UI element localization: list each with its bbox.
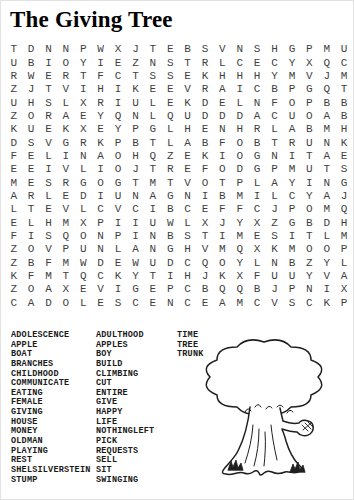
grid-cell: L bbox=[75, 163, 92, 176]
grid-cell: C bbox=[266, 56, 283, 69]
grid-cell: N bbox=[301, 283, 318, 296]
word-item: SWINGING bbox=[96, 476, 154, 486]
grid-cell: V bbox=[318, 270, 335, 283]
grid-cell: V bbox=[92, 283, 109, 296]
grid-cell: H bbox=[22, 96, 39, 109]
grid-cell: I bbox=[109, 283, 126, 296]
grid-cell: P bbox=[283, 203, 300, 216]
grid-cell: X bbox=[75, 216, 92, 229]
grid-cell: C bbox=[248, 203, 265, 216]
grid-cell: Z bbox=[266, 216, 283, 229]
grid-cell: K bbox=[318, 297, 335, 310]
grid-cell: D bbox=[318, 216, 335, 229]
grid-cell: K bbox=[109, 270, 126, 283]
grid-cell: P bbox=[335, 297, 352, 310]
grid-cell: L bbox=[162, 136, 179, 149]
grid-cell: V bbox=[266, 297, 283, 310]
grid-cell: Q bbox=[214, 283, 231, 296]
grid-cell: Q bbox=[57, 230, 74, 243]
grid-cell: I bbox=[318, 283, 335, 296]
grid-cell: S bbox=[196, 43, 213, 56]
grid-cell: U bbox=[144, 216, 161, 229]
grid-cell: V bbox=[57, 163, 74, 176]
grid-cell: L bbox=[318, 230, 335, 243]
grid-cell: X bbox=[248, 216, 265, 229]
grid-cell: Z bbox=[162, 150, 179, 163]
grid-cell: X bbox=[301, 56, 318, 69]
grid-cell: J bbox=[266, 203, 283, 216]
grid-cell: Q bbox=[318, 83, 335, 96]
grid-cell: E bbox=[144, 297, 161, 310]
grid-cell: L bbox=[75, 297, 92, 310]
grid-cell: N bbox=[318, 136, 335, 149]
grid-cell: B bbox=[248, 136, 265, 149]
grid-cell: B bbox=[318, 96, 335, 109]
grid-cell: Q bbox=[162, 110, 179, 123]
grid-cell: B bbox=[22, 56, 39, 69]
grid-cell: P bbox=[75, 43, 92, 56]
grid-cell: O bbox=[109, 150, 126, 163]
grid-cell: G bbox=[162, 243, 179, 256]
grid-cell: E bbox=[248, 56, 265, 69]
grid-cell: E bbox=[144, 83, 161, 96]
letter-grid: TDNNPWXJTEBSVNSHGPMUUBIOYIEZNSTRLCECYXQC… bbox=[5, 43, 353, 310]
grid-cell: M bbox=[5, 176, 22, 189]
grid-cell: E bbox=[162, 83, 179, 96]
grid-cell: B bbox=[22, 257, 39, 270]
grid-cell: O bbox=[214, 163, 231, 176]
grid-cell: C bbox=[179, 257, 196, 270]
grid-cell: M bbox=[57, 257, 74, 270]
grid-cell: M bbox=[283, 243, 300, 256]
grid-cell: H bbox=[92, 83, 109, 96]
grid-cell: M bbox=[40, 270, 57, 283]
grid-cell: H bbox=[231, 123, 248, 136]
grid-cell: G bbox=[144, 123, 161, 136]
grid-cell: V bbox=[196, 243, 213, 256]
grid-cell: I bbox=[109, 83, 126, 96]
grid-cell: E bbox=[40, 70, 57, 83]
grid-cell: S bbox=[266, 230, 283, 243]
grid-cell: T bbox=[301, 230, 318, 243]
grid-cell: Y bbox=[231, 216, 248, 229]
grid-cell: G bbox=[301, 83, 318, 96]
grid-cell: L bbox=[214, 56, 231, 69]
grid-cell: O bbox=[301, 203, 318, 216]
grid-cell: O bbox=[22, 283, 39, 296]
grid-cell: B bbox=[196, 283, 213, 296]
grid-cell: P bbox=[301, 43, 318, 56]
grid-cell: N bbox=[214, 123, 231, 136]
grid-cell: D bbox=[231, 110, 248, 123]
grid-cell: F bbox=[214, 136, 231, 149]
grid-cell: F bbox=[92, 70, 109, 83]
grid-cell: C bbox=[231, 56, 248, 69]
grid-cell: T bbox=[144, 270, 161, 283]
grid-cell: K bbox=[214, 270, 231, 283]
grid-cell: F bbox=[5, 230, 22, 243]
grid-cell: U bbox=[283, 110, 300, 123]
grid-cell: I bbox=[283, 150, 300, 163]
grid-cell: D bbox=[40, 297, 57, 310]
grid-cell: R bbox=[283, 136, 300, 149]
grid-cell: I bbox=[40, 56, 57, 69]
grid-cell: L bbox=[335, 257, 352, 270]
grid-cell: L bbox=[266, 190, 283, 203]
grid-cell: K bbox=[127, 83, 144, 96]
grid-cell: T bbox=[179, 56, 196, 69]
grid-cell: T bbox=[162, 176, 179, 189]
grid-cell: N bbox=[144, 56, 161, 69]
grid-cell: M bbox=[231, 230, 248, 243]
grid-cell: O bbox=[75, 230, 92, 243]
grid-cell: O bbox=[22, 110, 39, 123]
grid-cell: O bbox=[318, 243, 335, 256]
grid-cell: W bbox=[92, 43, 109, 56]
tree-canopy bbox=[206, 340, 321, 414]
grid-cell: I bbox=[109, 96, 126, 109]
grid-cell: I bbox=[301, 176, 318, 189]
grid-cell: U bbox=[283, 270, 300, 283]
grid-cell: E bbox=[57, 190, 74, 203]
grid-cell: G bbox=[162, 190, 179, 203]
grid-cell: C bbox=[92, 203, 109, 216]
grid-cell: J bbox=[127, 43, 144, 56]
grid-cell: K bbox=[5, 270, 22, 283]
grid-cell: T bbox=[318, 163, 335, 176]
grid-cell: C bbox=[248, 83, 265, 96]
grid-cell: P bbox=[109, 136, 126, 149]
grid-cell: I bbox=[22, 230, 39, 243]
grid-cell: O bbox=[301, 243, 318, 256]
grid-cell: A bbox=[248, 110, 265, 123]
grid-cell: P bbox=[335, 243, 352, 256]
grid-cell: A bbox=[266, 176, 283, 189]
grid-cell: C bbox=[179, 283, 196, 296]
grid-cell: T bbox=[144, 43, 161, 56]
grid-cell: W bbox=[162, 216, 179, 229]
grid-cell: L bbox=[22, 216, 39, 229]
grid-cell: I bbox=[214, 150, 231, 163]
grid-cell: Z bbox=[301, 257, 318, 270]
grid-cell: U bbox=[109, 190, 126, 203]
grid-cell: L bbox=[179, 216, 196, 229]
grid-cell: V bbox=[57, 83, 74, 96]
grid-cell: N bbox=[144, 230, 161, 243]
grid-cell: H bbox=[179, 243, 196, 256]
grid-cell: R bbox=[57, 176, 74, 189]
grid-cell: C bbox=[109, 70, 126, 83]
grid-cell: M bbox=[283, 70, 300, 83]
grid-cell: O bbox=[231, 150, 248, 163]
grid-cell: H bbox=[40, 216, 57, 229]
grid-cell: I bbox=[109, 216, 126, 229]
grid-cell: S bbox=[144, 70, 161, 83]
grid-cell: F bbox=[22, 270, 39, 283]
word-list-column-2: ADULTHOODAPPLESBOYBUILDCLIMBINGCUTENTIRE… bbox=[96, 331, 154, 485]
grid-cell: U bbox=[335, 43, 352, 56]
grid-cell: O bbox=[57, 56, 74, 69]
grid-cell: W bbox=[75, 257, 92, 270]
grid-cell: V bbox=[179, 176, 196, 189]
grid-cell: X bbox=[335, 283, 352, 296]
grid-cell: E bbox=[22, 150, 39, 163]
grid-cell: Z bbox=[5, 243, 22, 256]
grid-cell: B bbox=[301, 216, 318, 229]
grid-cell: B bbox=[266, 83, 283, 96]
grid-cell: X bbox=[57, 283, 74, 296]
grid-cell: T bbox=[196, 230, 213, 243]
grid-cell: R bbox=[22, 190, 39, 203]
grid-cell: M bbox=[214, 243, 231, 256]
grid-cell: F bbox=[248, 270, 265, 283]
grid-cell: D bbox=[92, 257, 109, 270]
grid-cell: U bbox=[5, 56, 22, 69]
grid-cell: B bbox=[179, 43, 196, 56]
grid-cell: L bbox=[144, 110, 161, 123]
grid-cell: G bbox=[283, 216, 300, 229]
grid-cell: O bbox=[214, 257, 231, 270]
grid-cell: O bbox=[92, 176, 109, 189]
grid-cell: U bbox=[179, 110, 196, 123]
grid-cell: K bbox=[196, 70, 213, 83]
grid-cell: S bbox=[162, 70, 179, 83]
grid-cell: V bbox=[301, 70, 318, 83]
grid-cell: M bbox=[318, 203, 335, 216]
grid-cell: L bbox=[162, 123, 179, 136]
grid-cell: D bbox=[75, 190, 92, 203]
grid-cell: Q bbox=[109, 110, 126, 123]
grid-cell: T bbox=[22, 203, 39, 216]
grid-cell: B bbox=[335, 110, 352, 123]
grid-cell: T bbox=[214, 176, 231, 189]
grid-cell: T bbox=[144, 163, 161, 176]
grid-cell: S bbox=[22, 136, 39, 149]
grid-cell: P bbox=[283, 83, 300, 96]
grid-cell: T bbox=[5, 43, 22, 56]
grid-cell: Z bbox=[5, 257, 22, 270]
grid-cell: D bbox=[231, 163, 248, 176]
grid-cell: C bbox=[248, 297, 265, 310]
grid-cell: D bbox=[214, 110, 231, 123]
grid-cell: E bbox=[179, 163, 196, 176]
grid-cell: T bbox=[75, 70, 92, 83]
grid-cell: Y bbox=[266, 70, 283, 83]
grid-cell: E bbox=[162, 96, 179, 109]
grid-cell: R bbox=[5, 70, 22, 83]
grid-cell: P bbox=[127, 123, 144, 136]
grid-cell: E bbox=[196, 203, 213, 216]
grid-cell: E bbox=[75, 110, 92, 123]
grid-cell: S bbox=[109, 297, 126, 310]
grid-cell: C bbox=[127, 297, 144, 310]
grid-cell: X bbox=[248, 243, 265, 256]
grid-cell: N bbox=[266, 257, 283, 270]
grid-cell: N bbox=[40, 43, 57, 56]
grid-cell: Z bbox=[5, 110, 22, 123]
grid-cell: N bbox=[92, 230, 109, 243]
grid-cell: M bbox=[231, 297, 248, 310]
grid-cell: Y bbox=[109, 123, 126, 136]
grid-cell: X bbox=[75, 96, 92, 109]
grid-cell: N bbox=[318, 176, 335, 189]
grid-cell: E bbox=[92, 123, 109, 136]
grid-cell: J bbox=[335, 190, 352, 203]
grid-cell: R bbox=[57, 70, 74, 83]
grid-cell: O bbox=[22, 243, 39, 256]
grid-cell: H bbox=[179, 123, 196, 136]
grid-cell: I bbox=[144, 203, 161, 216]
grid-cell: N bbox=[127, 110, 144, 123]
grid-cell: X bbox=[75, 123, 92, 136]
grid-cell: F bbox=[5, 150, 22, 163]
grid-cell: R bbox=[75, 136, 92, 149]
grid-cell: C bbox=[179, 203, 196, 216]
grid-cell: C bbox=[266, 110, 283, 123]
grid-cell: J bbox=[318, 70, 335, 83]
grid-cell: S bbox=[248, 43, 265, 56]
grid-cell: Y bbox=[283, 56, 300, 69]
grid-cell: E bbox=[5, 163, 22, 176]
grid-cell: U bbox=[127, 96, 144, 109]
grid-cell: Y bbox=[92, 110, 109, 123]
grid-cell: U bbox=[75, 243, 92, 256]
grid-cell: V bbox=[214, 43, 231, 56]
grid-cell: B bbox=[248, 283, 265, 296]
grid-cell: B bbox=[196, 136, 213, 149]
grid-cell: T bbox=[335, 83, 352, 96]
grid-cell: E bbox=[179, 70, 196, 83]
grid-cell: I bbox=[127, 216, 144, 229]
grid-cell: K bbox=[266, 243, 283, 256]
grid-cell: B bbox=[301, 123, 318, 136]
grid-cell: F bbox=[196, 163, 213, 176]
grid-cell: I bbox=[214, 230, 231, 243]
grid-cell: H bbox=[214, 70, 231, 83]
grid-cell: P bbox=[301, 96, 318, 109]
grid-cell: N bbox=[231, 43, 248, 56]
grid-cell: Y bbox=[283, 176, 300, 189]
grid-cell: C bbox=[283, 190, 300, 203]
puzzle-page: The Giving Tree TDNNPWXJTEBSVNSHGPMUUBIO… bbox=[0, 0, 354, 500]
grid-cell: I bbox=[248, 190, 265, 203]
grid-cell: E bbox=[196, 123, 213, 136]
grid-cell: I bbox=[162, 270, 179, 283]
grid-cell: B bbox=[127, 136, 144, 149]
grid-cell: U bbox=[22, 123, 39, 136]
grid-cell: W bbox=[127, 257, 144, 270]
grid-cell: S bbox=[40, 96, 57, 109]
grid-cell: E bbox=[179, 150, 196, 163]
grid-cell: K bbox=[5, 123, 22, 136]
grid-cell: G bbox=[109, 176, 126, 189]
grid-cell: N bbox=[162, 297, 179, 310]
grid-cell: Z bbox=[5, 283, 22, 296]
grid-cell: T bbox=[127, 70, 144, 83]
grid-cell: H bbox=[335, 216, 352, 229]
grid-cell: I bbox=[231, 83, 248, 96]
grid-cell: V bbox=[179, 83, 196, 96]
grid-cell: J bbox=[266, 283, 283, 296]
grid-cell: E bbox=[144, 283, 161, 296]
grid-cell: T bbox=[127, 176, 144, 189]
grid-cell: A bbox=[214, 83, 231, 96]
grid-cell: D bbox=[5, 136, 22, 149]
grid-cell: U bbox=[5, 96, 22, 109]
grid-cell: B bbox=[335, 96, 352, 109]
grid-cell: I bbox=[92, 56, 109, 69]
grid-cell: I bbox=[283, 230, 300, 243]
grid-cell: Z bbox=[127, 56, 144, 69]
grid-cell: S bbox=[40, 176, 57, 189]
grid-cell: Y bbox=[127, 270, 144, 283]
grid-cell: J bbox=[22, 83, 39, 96]
grid-cell: Y bbox=[301, 270, 318, 283]
grid-cell: C bbox=[5, 297, 22, 310]
grid-cell: E bbox=[214, 96, 231, 109]
grid-cell: T bbox=[144, 136, 161, 149]
grid-cell: L bbox=[248, 257, 265, 270]
grid-cell: M bbox=[318, 123, 335, 136]
grid-cell: U bbox=[144, 257, 161, 270]
grid-cell: O bbox=[109, 163, 126, 176]
grid-cell: P bbox=[57, 243, 74, 256]
grid-cell: E bbox=[22, 176, 39, 189]
grid-cell: O bbox=[301, 110, 318, 123]
grid-cell: A bbox=[335, 270, 352, 283]
grid-cell: L bbox=[40, 150, 57, 163]
grid-cell: F bbox=[231, 203, 248, 216]
grid-cell: R bbox=[196, 83, 213, 96]
grid-cell: V bbox=[109, 203, 126, 216]
grid-cell: E bbox=[162, 43, 179, 56]
grid-cell: S bbox=[40, 230, 57, 243]
grid-cell: T bbox=[266, 136, 283, 149]
grid-cell: B bbox=[162, 230, 179, 243]
grid-cell: A bbox=[318, 150, 335, 163]
grid-cell: X bbox=[231, 270, 248, 283]
grid-cell: A bbox=[22, 297, 39, 310]
grid-cell: Q bbox=[196, 257, 213, 270]
grid-cell: K bbox=[335, 136, 352, 149]
grid-cell: N bbox=[179, 190, 196, 203]
grid-cell: L bbox=[266, 123, 283, 136]
grid-cell: K bbox=[92, 136, 109, 149]
grid-cell: M bbox=[283, 163, 300, 176]
grid-cell: C bbox=[335, 56, 352, 69]
grid-cell: H bbox=[179, 270, 196, 283]
grid-cell: H bbox=[266, 43, 283, 56]
grid-cell: D bbox=[22, 43, 39, 56]
grid-cell: J bbox=[127, 163, 144, 176]
grid-cell: L bbox=[75, 203, 92, 216]
grid-cell: Q bbox=[318, 56, 335, 69]
grid-cell: K bbox=[196, 150, 213, 163]
grid-cell: M bbox=[231, 190, 248, 203]
grid-cell: L bbox=[248, 176, 265, 189]
grid-cell: O bbox=[196, 176, 213, 189]
grid-cell: M bbox=[335, 70, 352, 83]
grid-cell: A bbox=[57, 110, 74, 123]
grid-cell: A bbox=[283, 123, 300, 136]
grid-cell: G bbox=[127, 283, 144, 296]
grid-cell: D bbox=[196, 110, 213, 123]
grid-cell: C bbox=[179, 297, 196, 310]
grid-cell: G bbox=[248, 150, 265, 163]
grid-cell: F bbox=[214, 203, 231, 216]
grid-cell: S bbox=[179, 230, 196, 243]
page-title: The Giving Tree bbox=[10, 7, 173, 33]
